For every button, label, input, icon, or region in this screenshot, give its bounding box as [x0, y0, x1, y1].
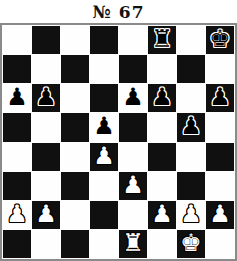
square-f1[interactable] — [148, 230, 176, 258]
square-b2[interactable]: ♟ — [32, 201, 60, 229]
square-f5[interactable] — [148, 113, 176, 141]
square-h6[interactable]: ♟ — [206, 84, 234, 112]
square-f4[interactable] — [148, 143, 176, 171]
black-pawn[interactable]: ♟ — [35, 85, 57, 109]
square-f8[interactable]: ♜ — [148, 26, 176, 54]
white-pawn[interactable]: ♟ — [209, 202, 231, 226]
square-d4[interactable]: ♟ — [90, 143, 118, 171]
black-pawn[interactable]: ♟ — [6, 85, 28, 109]
square-a5[interactable] — [3, 113, 31, 141]
square-d6[interactable] — [90, 84, 118, 112]
square-g6[interactable] — [177, 84, 205, 112]
square-h5[interactable] — [206, 113, 234, 141]
square-d7[interactable] — [90, 55, 118, 83]
square-g4[interactable] — [177, 143, 205, 171]
square-d5[interactable]: ♟ — [90, 113, 118, 141]
black-king[interactable]: ♚ — [209, 27, 231, 51]
square-h8[interactable]: ♚ — [206, 26, 234, 54]
white-king[interactable]: ♚ — [180, 231, 202, 255]
square-g3[interactable] — [177, 172, 205, 200]
square-b7[interactable] — [32, 55, 60, 83]
square-e6[interactable]: ♟ — [119, 84, 147, 112]
square-e5[interactable] — [119, 113, 147, 141]
square-e8[interactable] — [119, 26, 147, 54]
white-pawn[interactable]: ♟ — [122, 173, 144, 197]
square-c2[interactable] — [61, 201, 89, 229]
square-g7[interactable] — [177, 55, 205, 83]
square-a3[interactable] — [3, 172, 31, 200]
white-pawn[interactable]: ♟ — [35, 202, 57, 226]
black-pawn[interactable]: ♟ — [209, 85, 231, 109]
black-pawn[interactable]: ♟ — [93, 114, 115, 138]
square-a7[interactable] — [3, 55, 31, 83]
square-e3[interactable]: ♟ — [119, 172, 147, 200]
square-g5[interactable]: ♟ — [177, 113, 205, 141]
square-f3[interactable] — [148, 172, 176, 200]
square-h4[interactable] — [206, 143, 234, 171]
square-h7[interactable] — [206, 55, 234, 83]
square-h2[interactable]: ♟ — [206, 201, 234, 229]
square-d3[interactable] — [90, 172, 118, 200]
square-a2[interactable]: ♟ — [3, 201, 31, 229]
white-pawn[interactable]: ♟ — [93, 144, 115, 168]
white-pawn[interactable]: ♟ — [6, 202, 28, 226]
square-f2[interactable]: ♟ — [148, 201, 176, 229]
square-c4[interactable] — [61, 143, 89, 171]
square-d1[interactable] — [90, 230, 118, 258]
square-b8[interactable] — [32, 26, 60, 54]
square-g2[interactable]: ♟ — [177, 201, 205, 229]
square-e4[interactable] — [119, 143, 147, 171]
square-c6[interactable] — [61, 84, 89, 112]
square-a1[interactable] — [3, 230, 31, 258]
chess-board: ♜♚♟♟♟♟♟♟♟♟♟♟♟♟♟♟♜♚ — [0, 23, 237, 261]
square-g8[interactable] — [177, 26, 205, 54]
black-pawn[interactable]: ♟ — [180, 114, 202, 138]
square-e7[interactable] — [119, 55, 147, 83]
square-a6[interactable]: ♟ — [3, 84, 31, 112]
square-a8[interactable] — [3, 26, 31, 54]
diagram-page: № 67 ♜♚♟♟♟♟♟♟♟♟♟♟♟♟♟♟♜♚ — [0, 0, 237, 261]
square-b5[interactable] — [32, 113, 60, 141]
square-c8[interactable] — [61, 26, 89, 54]
square-c3[interactable] — [61, 172, 89, 200]
square-e1[interactable]: ♜ — [119, 230, 147, 258]
square-h1[interactable] — [206, 230, 234, 258]
square-d2[interactable] — [90, 201, 118, 229]
black-pawn[interactable]: ♟ — [122, 85, 144, 109]
square-f7[interactable] — [148, 55, 176, 83]
white-pawn[interactable]: ♟ — [180, 202, 202, 226]
square-e2[interactable] — [119, 201, 147, 229]
black-rook[interactable]: ♜ — [151, 27, 173, 51]
square-a4[interactable] — [3, 143, 31, 171]
square-c5[interactable] — [61, 113, 89, 141]
black-pawn[interactable]: ♟ — [151, 85, 173, 109]
square-b4[interactable] — [32, 143, 60, 171]
square-h3[interactable] — [206, 172, 234, 200]
square-g1[interactable]: ♚ — [177, 230, 205, 258]
square-b3[interactable] — [32, 172, 60, 200]
square-d8[interactable] — [90, 26, 118, 54]
square-c7[interactable] — [61, 55, 89, 83]
square-b6[interactable]: ♟ — [32, 84, 60, 112]
square-b1[interactable] — [32, 230, 60, 258]
white-pawn[interactable]: ♟ — [151, 202, 173, 226]
square-c1[interactable] — [61, 230, 89, 258]
white-rook[interactable]: ♜ — [122, 231, 144, 255]
square-f6[interactable]: ♟ — [148, 84, 176, 112]
diagram-number-title: № 67 — [0, 0, 237, 23]
